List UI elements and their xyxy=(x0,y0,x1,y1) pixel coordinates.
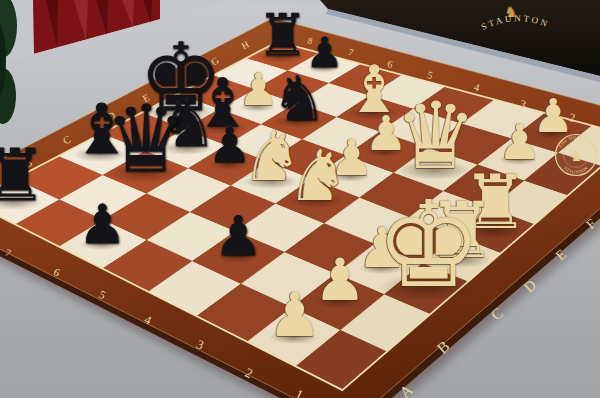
background-and-board: ♞ STAUNTON AA11BB22CC33DD44EE55FF66GG77H… xyxy=(0,0,600,398)
chess-photo-scene: ♞ STAUNTON AA11BB22CC33DD44EE55FF66GG77H… xyxy=(0,0,600,398)
stamp-knight-icon: ♞ xyxy=(569,147,582,165)
house-of-staunton-stamp: ♞ THE HOUSE OF STAUNTON xyxy=(556,135,597,176)
